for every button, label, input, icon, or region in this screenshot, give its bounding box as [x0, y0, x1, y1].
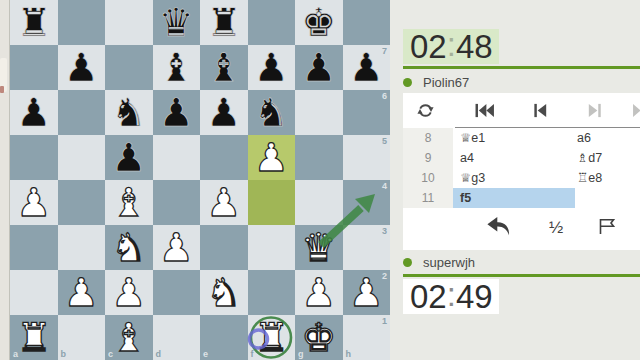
lichess-game-screen: { "game": "chess", "position": { "fen": …: [0, 0, 640, 360]
move-white[interactable]: ♕e1: [453, 128, 575, 148]
file-label-d: d: [156, 349, 162, 359]
square-a6[interactable]: ♟: [10, 90, 58, 135]
player-row: superwjh: [403, 252, 475, 272]
square-h6[interactable]: 6: [343, 90, 391, 135]
piece-black-bishop-d7[interactable]: ♝: [153, 45, 201, 90]
game-sidebar: 02:48 Piolin67: [390, 0, 640, 360]
player-divider: [403, 274, 640, 277]
opponent-name[interactable]: Piolin67: [423, 75, 469, 90]
square-c3[interactable]: ♞: [105, 225, 153, 270]
previous-move-button[interactable]: [529, 100, 551, 120]
undo-arrow-icon: [486, 216, 513, 238]
square-d7[interactable]: ♝: [153, 45, 201, 90]
opponent-divider: [403, 66, 640, 69]
piece-white-pawn-f5[interactable]: ♟: [248, 135, 296, 180]
square-d6[interactable]: ♟: [153, 90, 201, 135]
square-e1[interactable]: e: [200, 315, 248, 360]
square-a1[interactable]: a♜: [10, 315, 58, 360]
online-dot: [403, 78, 412, 87]
piece-black-pawn-a6[interactable]: ♟: [10, 90, 58, 135]
opponent-clock-minutes: 02: [410, 28, 447, 65]
piece-black-rook-a8[interactable]: ♜: [10, 0, 58, 45]
piece-white-knight-c3[interactable]: ♞: [105, 225, 153, 270]
piece-black-pawn-e6[interactable]: ♟: [200, 90, 248, 135]
square-g1[interactable]: g♚: [295, 315, 343, 360]
piece-white-rook-a1[interactable]: ♜: [10, 315, 58, 360]
piece-white-bishop-c4[interactable]: ♝: [105, 180, 153, 225]
player-name[interactable]: superwjh: [423, 255, 475, 270]
opponent-clock-seconds: 48: [456, 28, 493, 65]
piece-black-rook-e8[interactable]: ♜: [200, 0, 248, 45]
move-white[interactable]: a4: [453, 148, 575, 168]
square-f4[interactable]: [248, 180, 296, 225]
square-e8[interactable]: ♜: [200, 0, 248, 45]
square-d3[interactable]: ♟: [153, 225, 201, 270]
piece-white-pawn-h2[interactable]: ♟: [343, 270, 391, 315]
square-h4[interactable]: 4: [343, 180, 391, 225]
rank-label-4: 4: [382, 181, 387, 191]
square-h1[interactable]: h1: [343, 315, 391, 360]
square-f8[interactable]: [248, 0, 296, 45]
move-white-current[interactable]: f5: [453, 188, 575, 208]
piece-white-queen-g3[interactable]: ♛: [295, 225, 343, 270]
move-black[interactable]: ♖e8: [575, 168, 640, 188]
square-b1[interactable]: b: [58, 315, 106, 360]
square-e7[interactable]: ♝: [200, 45, 248, 90]
square-a2[interactable]: [10, 270, 58, 315]
square-e3[interactable]: [200, 225, 248, 270]
square-h7[interactable]: 7♟: [343, 45, 391, 90]
rank-label-1: 1: [382, 316, 387, 326]
piece-black-pawn-g7[interactable]: ♟: [295, 45, 343, 90]
move-black[interactable]: ♗d7: [575, 148, 640, 168]
piece-white-bishop-c1[interactable]: ♝: [105, 315, 153, 360]
square-g6[interactable]: [295, 90, 343, 135]
square-e5[interactable]: [200, 135, 248, 180]
rank-label-5: 5: [382, 136, 387, 146]
square-g8[interactable]: ♚: [295, 0, 343, 45]
offer-draw-button[interactable]: ½: [549, 216, 563, 240]
move-number: 8: [403, 128, 453, 148]
square-c7[interactable]: [105, 45, 153, 90]
piece-white-pawn-b2[interactable]: ♟: [58, 270, 106, 315]
square-a8[interactable]: ♜: [10, 0, 58, 45]
file-label-h: h: [346, 349, 352, 359]
piece-white-pawn-e4[interactable]: ♟: [200, 180, 248, 225]
player-clock-minutes: 02: [410, 278, 447, 315]
last-move-button[interactable]: [631, 100, 640, 120]
online-dot: [403, 258, 412, 267]
square-a3[interactable]: [10, 225, 58, 270]
piece-black-pawn-d6[interactable]: ♟: [153, 90, 201, 135]
game-action-bar: ½: [403, 208, 640, 250]
square-g4[interactable]: [295, 180, 343, 225]
square-f3[interactable]: [248, 225, 296, 270]
square-b6[interactable]: [58, 90, 106, 135]
player-clock: 02:49: [403, 279, 499, 314]
clock-colon: :: [447, 26, 456, 63]
square-d5[interactable]: [153, 135, 201, 180]
square-d1[interactable]: d: [153, 315, 201, 360]
piece-black-knight-c6[interactable]: ♞: [105, 90, 153, 135]
square-g5[interactable]: [295, 135, 343, 180]
opponent-row: Piolin67: [403, 72, 469, 92]
move-number: 9: [403, 148, 453, 168]
file-label-b: b: [61, 349, 67, 359]
piece-white-pawn-d3[interactable]: ♟: [153, 225, 201, 270]
move-number: 10: [403, 168, 453, 188]
square-g2[interactable]: ♟: [295, 270, 343, 315]
square-h8[interactable]: [343, 0, 391, 45]
square-f1[interactable]: f♜: [248, 315, 296, 360]
square-f2[interactable]: [248, 270, 296, 315]
rank-label-6: 6: [382, 91, 387, 101]
square-d4[interactable]: [153, 180, 201, 225]
piece-white-pawn-c2[interactable]: ♟: [105, 270, 153, 315]
piece-white-pawn-a4[interactable]: ♟: [10, 180, 58, 225]
move-list: 8 ♕e1 a6 9 a4 ♗d7 10 ♕g3 ♖e8 11 f5: [403, 128, 640, 208]
square-f5[interactable]: ♟: [248, 135, 296, 180]
square-e2[interactable]: ♞: [200, 270, 248, 315]
square-h5[interactable]: 5: [343, 135, 391, 180]
next-move-button[interactable]: [583, 100, 605, 120]
square-b8[interactable]: [58, 0, 106, 45]
first-move-button[interactable]: [473, 100, 495, 120]
piece-black-pawn-h7[interactable]: ♟: [343, 45, 391, 90]
move-panel: 8 ♕e1 a6 9 a4 ♗d7 10 ♕g3 ♖e8 11 f5 ½: [403, 93, 640, 250]
square-b7[interactable]: ♟: [58, 45, 106, 90]
piece-black-queen-d8[interactable]: ♛: [153, 0, 201, 45]
square-h2[interactable]: 2♟: [343, 270, 391, 315]
edge-red-mark: [0, 86, 4, 93]
square-e6[interactable]: ♟: [200, 90, 248, 135]
square-g3[interactable]: ♛: [295, 225, 343, 270]
square-d8[interactable]: ♛: [153, 0, 201, 45]
piece-white-rook-f1[interactable]: ♜: [248, 315, 296, 360]
square-c1[interactable]: c♝: [105, 315, 153, 360]
move-black[interactable]: a6: [575, 128, 640, 148]
move-number: 11: [403, 188, 453, 208]
square-f7[interactable]: ♟: [248, 45, 296, 90]
flag-icon: [596, 216, 618, 236]
resign-button[interactable]: [596, 216, 618, 239]
player-clock-seconds: 49: [456, 278, 493, 315]
chess-board[interactable]: ♜♛♜♚♟♝♝♟♟7♟♟♞♟♟♞6♟♟5♟♝♟4♞♟♛3♟♟♞♟2♟a♜bc♝d…: [10, 0, 390, 360]
piece-black-pawn-f7[interactable]: ♟: [248, 45, 296, 90]
move-white[interactable]: ♕g3: [453, 168, 575, 188]
square-b5[interactable]: [58, 135, 106, 180]
move-nav-bar: [403, 93, 640, 127]
rank-label-3: 3: [382, 226, 387, 236]
piece-black-bishop-e7[interactable]: ♝: [200, 45, 248, 90]
clock-colon: :: [447, 276, 456, 313]
takeback-button[interactable]: [486, 216, 513, 241]
move-black[interactable]: [575, 188, 640, 208]
piece-white-knight-e2[interactable]: ♞: [200, 270, 248, 315]
square-b4[interactable]: [58, 180, 106, 225]
square-g7[interactable]: ♟: [295, 45, 343, 90]
piece-white-pawn-g2[interactable]: ♟: [295, 270, 343, 315]
square-e4[interactable]: ♟: [200, 180, 248, 225]
file-label-e: e: [203, 349, 208, 359]
square-b2[interactable]: ♟: [58, 270, 106, 315]
square-b3[interactable]: [58, 225, 106, 270]
piece-black-king-g8[interactable]: ♚: [295, 0, 343, 45]
piece-black-knight-f6[interactable]: ♞: [248, 90, 296, 135]
square-c6[interactable]: ♞: [105, 90, 153, 135]
piece-black-pawn-c5[interactable]: ♟: [105, 135, 153, 180]
square-h3[interactable]: 3: [343, 225, 391, 270]
piece-white-king-g1[interactable]: ♚: [295, 315, 343, 360]
square-f6[interactable]: ♞: [248, 90, 296, 135]
square-c8[interactable]: [105, 0, 153, 45]
square-a7[interactable]: [10, 45, 58, 90]
piece-black-pawn-b7[interactable]: ♟: [58, 45, 106, 90]
square-c2[interactable]: ♟: [105, 270, 153, 315]
opponent-clock: 02:48: [403, 29, 499, 64]
square-d2[interactable]: [153, 270, 201, 315]
page-edge-strip: [0, 0, 10, 360]
square-c5[interactable]: ♟: [105, 135, 153, 180]
flip-cycle-button[interactable]: [414, 100, 436, 120]
square-a4[interactable]: ♟: [10, 180, 58, 225]
square-c4[interactable]: ♝: [105, 180, 153, 225]
square-a5[interactable]: [10, 135, 58, 180]
